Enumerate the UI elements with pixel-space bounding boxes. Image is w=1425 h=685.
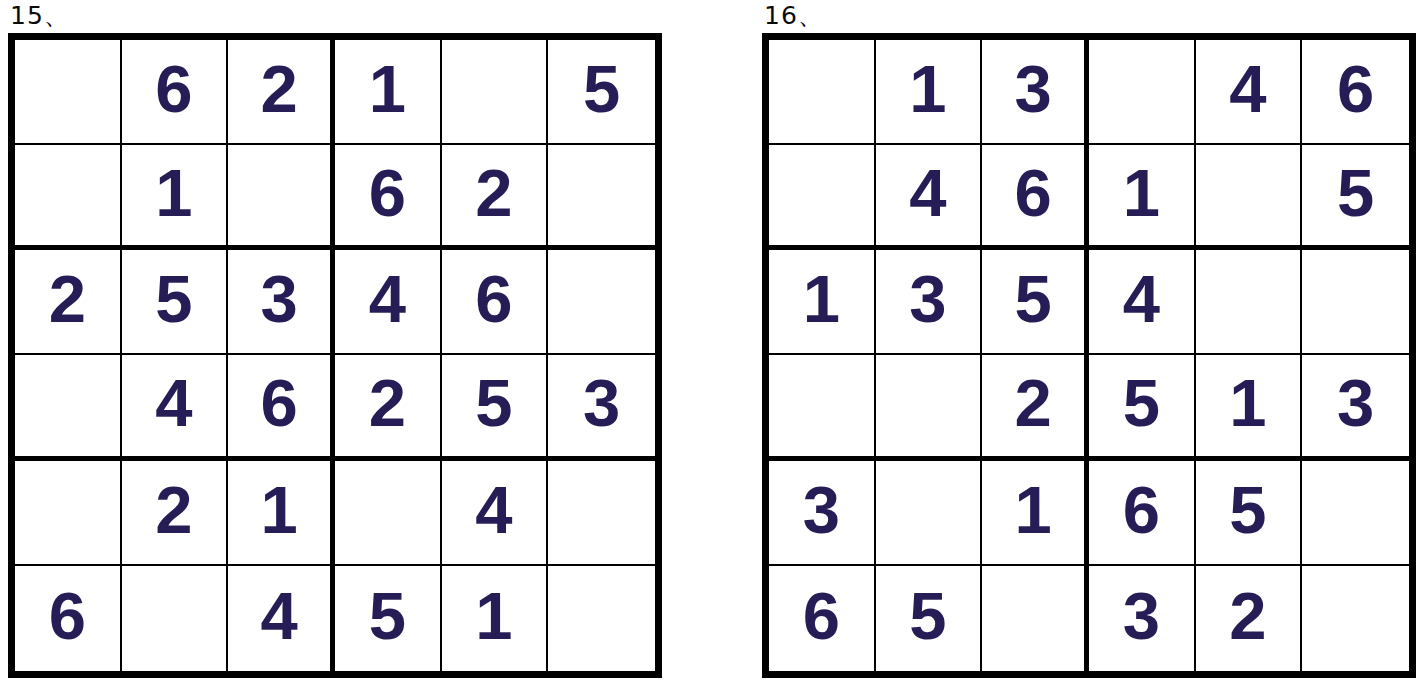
puzzle-16-cell-r4c5[interactable]: 1 [1196, 355, 1303, 460]
puzzle-16-cell-r5c3[interactable]: 1 [982, 461, 1089, 566]
puzzle-16-cell-r2c3[interactable]: 6 [982, 145, 1089, 250]
puzzle-16-cell-r6c3[interactable] [982, 566, 1089, 671]
puzzle-16-cell-r6c5[interactable]: 2 [1196, 566, 1303, 671]
puzzle-15-cell-r5c3[interactable]: 1 [228, 461, 335, 566]
puzzle-16-cell-r1c1[interactable] [769, 40, 876, 145]
puzzle-15-cell-r6c4[interactable]: 5 [335, 566, 442, 671]
puzzle-15-cell-r4c4[interactable]: 2 [335, 355, 442, 460]
puzzle-15-cell-r5c6[interactable] [548, 461, 655, 566]
puzzle-16-cell-r3c1[interactable]: 1 [769, 250, 876, 355]
puzzle-16-cell-r3c5[interactable] [1196, 250, 1303, 355]
puzzle-16-cell-r5c2[interactable] [876, 461, 983, 566]
puzzle-15-cell-r2c5[interactable]: 2 [442, 145, 549, 250]
puzzle-16-cell-r5c6[interactable] [1302, 461, 1409, 566]
puzzle-15-cell-r4c5[interactable]: 5 [442, 355, 549, 460]
puzzle-16-cell-r6c4[interactable]: 3 [1089, 566, 1196, 671]
puzzle-16-cell-r1c2[interactable]: 1 [876, 40, 983, 145]
puzzle-15-cell-r6c2[interactable] [122, 566, 229, 671]
puzzle-15-cell-r6c1[interactable]: 6 [15, 566, 122, 671]
puzzle-16-cell-r3c4[interactable]: 4 [1089, 250, 1196, 355]
puzzle-15-cell-r2c3[interactable] [228, 145, 335, 250]
puzzle-15-cell-r5c5[interactable]: 4 [442, 461, 549, 566]
puzzle-15-cell-r5c4[interactable] [335, 461, 442, 566]
puzzle-16-cell-r4c1[interactable] [769, 355, 876, 460]
puzzle-15-cell-r1c4[interactable]: 1 [335, 40, 442, 145]
puzzle-15-cell-r3c1[interactable]: 2 [15, 250, 122, 355]
puzzle-15-cell-r2c2[interactable]: 1 [122, 145, 229, 250]
puzzle-16-cell-r2c6[interactable]: 5 [1302, 145, 1409, 250]
puzzle-16-cell-r1c3[interactable]: 3 [982, 40, 1089, 145]
puzzle-15-cell-r4c3[interactable]: 6 [228, 355, 335, 460]
puzzle-15-board: 621516225346462532146451 [8, 33, 662, 678]
puzzle-16-cell-r4c4[interactable]: 5 [1089, 355, 1196, 460]
puzzle-15-cell-r5c1[interactable] [15, 461, 122, 566]
puzzle-15-cell-r6c3[interactable]: 4 [228, 566, 335, 671]
puzzle-16-cell-r1c5[interactable]: 4 [1196, 40, 1303, 145]
puzzle-16-cell-r3c6[interactable] [1302, 250, 1409, 355]
worksheet-page: 15、 16、 621516225346462532146451 1346461… [0, 0, 1425, 685]
puzzle-15-cell-r3c6[interactable] [548, 250, 655, 355]
puzzle-15-cell-r4c2[interactable]: 4 [122, 355, 229, 460]
puzzle-16-cell-r4c2[interactable] [876, 355, 983, 460]
puzzle-16-cell-r3c2[interactable]: 3 [876, 250, 983, 355]
puzzle-15-cell-r3c5[interactable]: 6 [442, 250, 549, 355]
puzzle-15-cell-r6c6[interactable] [548, 566, 655, 671]
puzzle-15-cell-r2c4[interactable]: 6 [335, 145, 442, 250]
puzzle-16-board: 134646151354251331656532 [762, 33, 1416, 678]
puzzle-16-cell-r2c1[interactable] [769, 145, 876, 250]
puzzle-16-cell-r2c4[interactable]: 1 [1089, 145, 1196, 250]
puzzle-16-cell-r1c4[interactable] [1089, 40, 1196, 145]
puzzle-15-cell-r3c3[interactable]: 3 [228, 250, 335, 355]
puzzle-15-cell-r1c5[interactable] [442, 40, 549, 145]
puzzle-16-cell-r2c5[interactable] [1196, 145, 1303, 250]
puzzle-15-cell-r1c1[interactable] [15, 40, 122, 145]
puzzle-15-cell-r2c6[interactable] [548, 145, 655, 250]
puzzle-15-cell-r1c6[interactable]: 5 [548, 40, 655, 145]
puzzle-15-cell-r4c6[interactable]: 3 [548, 355, 655, 460]
puzzle-16-cell-r4c6[interactable]: 3 [1302, 355, 1409, 460]
puzzle-15-label: 15、 [10, 1, 70, 30]
puzzle-15-cell-r1c3[interactable]: 2 [228, 40, 335, 145]
puzzle-16-cell-r2c2[interactable]: 4 [876, 145, 983, 250]
puzzle-16-label: 16、 [764, 1, 824, 30]
puzzle-15-cell-r3c4[interactable]: 4 [335, 250, 442, 355]
puzzle-16-cell-r5c1[interactable]: 3 [769, 461, 876, 566]
puzzle-16-cell-r5c4[interactable]: 6 [1089, 461, 1196, 566]
puzzle-16-cell-r6c2[interactable]: 5 [876, 566, 983, 671]
puzzle-16-cell-r5c5[interactable]: 5 [1196, 461, 1303, 566]
puzzle-15-cell-r1c2[interactable]: 6 [122, 40, 229, 145]
puzzle-15-cell-r6c5[interactable]: 1 [442, 566, 549, 671]
puzzle-15-cell-r2c1[interactable] [15, 145, 122, 250]
puzzle-16-cell-r4c3[interactable]: 2 [982, 355, 1089, 460]
puzzle-15-cell-r3c2[interactable]: 5 [122, 250, 229, 355]
puzzle-16-cell-r6c1[interactable]: 6 [769, 566, 876, 671]
puzzle-15-cell-r5c2[interactable]: 2 [122, 461, 229, 566]
puzzle-16-cell-r3c3[interactable]: 5 [982, 250, 1089, 355]
puzzle-16-cell-r1c6[interactable]: 6 [1302, 40, 1409, 145]
puzzle-15-cell-r4c1[interactable] [15, 355, 122, 460]
puzzle-16-cell-r6c6[interactable] [1302, 566, 1409, 671]
